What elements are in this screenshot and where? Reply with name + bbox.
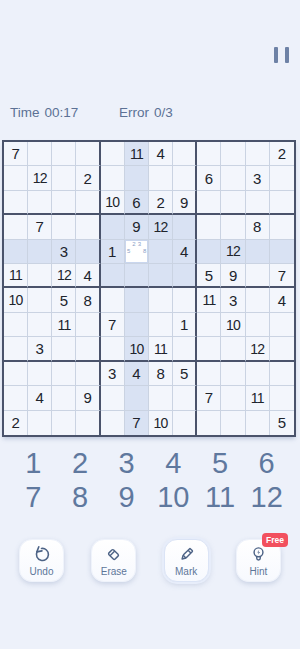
cell-r9c3[interactable]: [52, 337, 76, 361]
cell-r2c5[interactable]: [101, 166, 125, 190]
cell-r3c6[interactable]: 6: [125, 191, 149, 215]
cell-r8c10[interactable]: 10: [221, 313, 245, 337]
number-pad: 123456789101112: [10, 446, 290, 514]
cell-r6c1[interactable]: 11: [4, 264, 28, 288]
numpad-10[interactable]: 10: [150, 480, 197, 514]
cell-r6c10[interactable]: 9: [221, 264, 245, 288]
cell-r1c2[interactable]: [28, 142, 52, 166]
cell-r9c1[interactable]: [4, 337, 28, 361]
cell-r12c3[interactable]: [52, 411, 76, 435]
cell-r8c6[interactable]: [125, 313, 149, 337]
cell-r5c8[interactable]: 4: [173, 240, 197, 264]
cell-r4c7[interactable]: 12: [149, 215, 173, 239]
pencil-mark-12: [142, 255, 147, 262]
cell-r12c12[interactable]: 5: [270, 411, 294, 435]
numpad-9[interactable]: 9: [103, 480, 150, 514]
cell-r12c6[interactable]: 7: [125, 411, 149, 435]
cell-r8c11[interactable]: [246, 313, 270, 337]
cell-r11c12[interactable]: [270, 386, 294, 410]
cell-r4c8[interactable]: [173, 215, 197, 239]
cell-r12c1[interactable]: 2: [4, 411, 28, 435]
cell-r10c2[interactable]: [28, 362, 52, 386]
cell-r9c7[interactable]: 11: [149, 337, 173, 361]
cell-r7c1[interactable]: 10: [4, 288, 28, 312]
cell-r1c4[interactable]: [76, 142, 100, 166]
cell-r10c4[interactable]: [76, 362, 100, 386]
cell-r7c9[interactable]: 11: [197, 288, 221, 312]
free-badge: Free: [262, 533, 288, 547]
cell-r7c12[interactable]: 4: [270, 288, 294, 312]
cell-r8c5[interactable]: 7: [101, 313, 125, 337]
cell-r9c11[interactable]: 12: [246, 337, 270, 361]
numpad-8[interactable]: 8: [57, 480, 104, 514]
cell-r6c9[interactable]: 5: [197, 264, 221, 288]
cell-r5c6[interactable]: 2358: [125, 240, 149, 264]
cell-r7c6[interactable]: [125, 288, 149, 312]
cell-r5c3[interactable]: 3: [52, 240, 76, 264]
cell-r9c8[interactable]: [173, 337, 197, 361]
cell-r2c4[interactable]: 2: [76, 166, 100, 190]
cell-r4c2[interactable]: 7: [28, 215, 52, 239]
cell-r5c2[interactable]: [28, 240, 52, 264]
numpad-3[interactable]: 3: [103, 446, 150, 480]
cell-r4c5[interactable]: [101, 215, 125, 239]
hint-button[interactable]: Free Hint: [236, 539, 281, 582]
mark-button[interactable]: Mark: [164, 539, 209, 582]
cell-r8c8[interactable]: 1: [173, 313, 197, 337]
cell-r12c7[interactable]: 10: [149, 411, 173, 435]
cell-r10c9[interactable]: [197, 362, 221, 386]
cell-r7c5[interactable]: [101, 288, 125, 312]
cell-r10c7[interactable]: 8: [149, 362, 173, 386]
error-label: Error: [119, 105, 149, 120]
cell-r5c10[interactable]: 12: [221, 240, 245, 264]
time-label: Time: [10, 105, 40, 120]
cell-r9c10[interactable]: [221, 337, 245, 361]
cell-r2c1[interactable]: [4, 166, 28, 190]
cell-r2c12[interactable]: [270, 166, 294, 190]
pencil-mark-8: 8: [142, 248, 147, 255]
cell-r9c6[interactable]: 10: [125, 337, 149, 361]
cell-r2c7[interactable]: [149, 166, 173, 190]
erase-label: Erase: [101, 566, 127, 577]
sudoku-app: Time00:17 Error0/3 711421226310629791283…: [0, 0, 300, 649]
cell-r3c7[interactable]: 2: [149, 191, 173, 215]
numpad-4[interactable]: 4: [150, 446, 197, 480]
cell-r4c3[interactable]: [52, 215, 76, 239]
numpad-6[interactable]: 6: [243, 446, 290, 480]
cell-r6c8[interactable]: [173, 264, 197, 288]
pause-icon: [274, 47, 278, 63]
cell-r5c12[interactable]: [270, 240, 294, 264]
cell-r10c1[interactable]: [4, 362, 28, 386]
cell-r10c3[interactable]: [52, 362, 76, 386]
cell-r2c10[interactable]: [221, 166, 245, 190]
cell-r6c2[interactable]: [28, 264, 52, 288]
undo-label: Undo: [30, 566, 54, 577]
cell-r11c4[interactable]: 9: [76, 386, 100, 410]
timer: Time00:17: [10, 105, 78, 120]
cell-r4c12[interactable]: [270, 215, 294, 239]
cell-r11c8[interactable]: [173, 386, 197, 410]
cell-r11c1[interactable]: [4, 386, 28, 410]
cell-r4c10[interactable]: [221, 215, 245, 239]
numpad-2[interactable]: 2: [57, 446, 104, 480]
cell-r10c11[interactable]: [246, 362, 270, 386]
cell-r3c9[interactable]: [197, 191, 221, 215]
cell-r1c9[interactable]: [197, 142, 221, 166]
cell-r7c4[interactable]: 8: [76, 288, 100, 312]
cell-r1c3[interactable]: [52, 142, 76, 166]
cell-r8c3[interactable]: 11: [52, 313, 76, 337]
cell-r8c7[interactable]: [149, 313, 173, 337]
cell-r3c2[interactable]: [28, 191, 52, 215]
cell-r8c4[interactable]: [76, 313, 100, 337]
cell-r9c12[interactable]: [270, 337, 294, 361]
cell-r11c11[interactable]: 11: [246, 386, 270, 410]
cell-r6c6[interactable]: [125, 264, 149, 288]
cell-r2c8[interactable]: [173, 166, 197, 190]
cell-r12c2[interactable]: [28, 411, 52, 435]
lightbulb-icon: [249, 545, 268, 564]
cell-r5c11[interactable]: [246, 240, 270, 264]
numpad-11[interactable]: 11: [197, 480, 244, 514]
cell-r3c3[interactable]: [52, 191, 76, 215]
cell-r5c5[interactable]: 1: [101, 240, 125, 264]
cell-r6c3[interactable]: 12: [52, 264, 76, 288]
cell-r11c5[interactable]: [101, 386, 125, 410]
cell-r8c1[interactable]: [4, 313, 28, 337]
cell-r11c3[interactable]: [52, 386, 76, 410]
cell-r8c12[interactable]: [270, 313, 294, 337]
numpad-1[interactable]: 1: [10, 446, 57, 480]
toolbar: Undo Erase Mark Free: [0, 539, 300, 582]
error-counter: Error0/3: [119, 105, 173, 120]
cell-r3c12[interactable]: [270, 191, 294, 215]
cell-r12c5[interactable]: [101, 411, 125, 435]
cell-r10c8[interactable]: 5: [173, 362, 197, 386]
cell-r11c6[interactable]: [125, 386, 149, 410]
cell-r7c2[interactable]: [28, 288, 52, 312]
cell-r12c10[interactable]: [221, 411, 245, 435]
undo-button[interactable]: Undo: [19, 539, 64, 582]
cell-r9c4[interactable]: [76, 337, 100, 361]
status-bar: Time00:17 Error0/3: [0, 105, 300, 123]
cell-r7c11[interactable]: [246, 288, 270, 312]
cell-r11c2[interactable]: 4: [28, 386, 52, 410]
cell-r2c2[interactable]: 12: [28, 166, 52, 190]
mark-label: Mark: [175, 566, 197, 577]
cell-r9c5[interactable]: [101, 337, 125, 361]
cell-r1c12[interactable]: 2: [270, 142, 294, 166]
cell-r10c6[interactable]: 4: [125, 362, 149, 386]
pause-button[interactable]: [274, 47, 289, 63]
cell-r2c11[interactable]: 3: [246, 166, 270, 190]
cell-r1c6[interactable]: 11: [125, 142, 149, 166]
cell-r1c7[interactable]: 4: [149, 142, 173, 166]
cell-r6c12[interactable]: 7: [270, 264, 294, 288]
cell-r4c11[interactable]: 8: [246, 215, 270, 239]
cell-r8c9[interactable]: [197, 313, 221, 337]
error-value: 0/3: [154, 105, 173, 120]
cell-r11c7[interactable]: [149, 386, 173, 410]
cell-r4c1[interactable]: [4, 215, 28, 239]
cell-r8c2[interactable]: [28, 313, 52, 337]
cell-r5c1[interactable]: [4, 240, 28, 264]
cell-r10c5[interactable]: 3: [101, 362, 125, 386]
cell-r1c8[interactable]: [173, 142, 197, 166]
cell-r3c8[interactable]: 9: [173, 191, 197, 215]
cell-r9c2[interactable]: 3: [28, 337, 52, 361]
cell-r7c7[interactable]: [149, 288, 173, 312]
cell-r6c7[interactable]: [149, 264, 173, 288]
cell-r3c5[interactable]: 10: [101, 191, 125, 215]
cell-r11c9[interactable]: 7: [197, 386, 221, 410]
cell-r3c10[interactable]: [221, 191, 245, 215]
cell-r2c6[interactable]: [125, 166, 149, 190]
cell-r1c5[interactable]: [101, 142, 125, 166]
undo-icon: [32, 545, 51, 564]
cell-r3c4[interactable]: [76, 191, 100, 215]
cell-r9c9[interactable]: [197, 337, 221, 361]
cell-r12c11[interactable]: [246, 411, 270, 435]
cell-r5c7[interactable]: [149, 240, 173, 264]
numpad-12[interactable]: 12: [243, 480, 290, 514]
cell-r4c9[interactable]: [197, 215, 221, 239]
cell-r4c6[interactable]: 9: [125, 215, 149, 239]
numpad-7[interactable]: 7: [10, 480, 57, 514]
eraser-icon: [104, 545, 123, 564]
cell-r12c4[interactable]: [76, 411, 100, 435]
numpad-5[interactable]: 5: [197, 446, 244, 480]
cell-r10c10[interactable]: [221, 362, 245, 386]
cell-r3c1[interactable]: [4, 191, 28, 215]
cell-r1c10[interactable]: [221, 142, 245, 166]
cell-r6c5[interactable]: [101, 264, 125, 288]
cell-r7c3[interactable]: 5: [52, 288, 76, 312]
cell-r5c9[interactable]: [197, 240, 221, 264]
cell-r2c9[interactable]: 6: [197, 166, 221, 190]
cell-r3c11[interactable]: [246, 191, 270, 215]
cell-r12c9[interactable]: [197, 411, 221, 435]
cell-r4c4[interactable]: [76, 215, 100, 239]
cell-r11c10[interactable]: [221, 386, 245, 410]
cell-r10c12[interactable]: [270, 362, 294, 386]
cell-r2c3[interactable]: [52, 166, 76, 190]
cell-r1c1[interactable]: 7: [4, 142, 28, 166]
cell-r7c10[interactable]: 3: [221, 288, 245, 312]
cell-r5c4[interactable]: [76, 240, 100, 264]
cell-r1c11[interactable]: [246, 142, 270, 166]
pencil-mark-4: [142, 241, 147, 248]
sudoku-board: 7114212263106297912831235841211124597105…: [2, 140, 296, 437]
cell-r7c8[interactable]: [173, 288, 197, 312]
cell-r6c11[interactable]: [246, 264, 270, 288]
pencil-icon: [177, 545, 196, 564]
cell-r12c8[interactable]: [173, 411, 197, 435]
hint-label: Hint: [250, 566, 268, 577]
erase-button[interactable]: Erase: [91, 539, 136, 582]
time-value: 00:17: [45, 105, 79, 120]
pencil-marks: 2358: [126, 241, 147, 262]
cell-r6c4[interactable]: 4: [76, 264, 100, 288]
pause-icon: [285, 47, 289, 63]
